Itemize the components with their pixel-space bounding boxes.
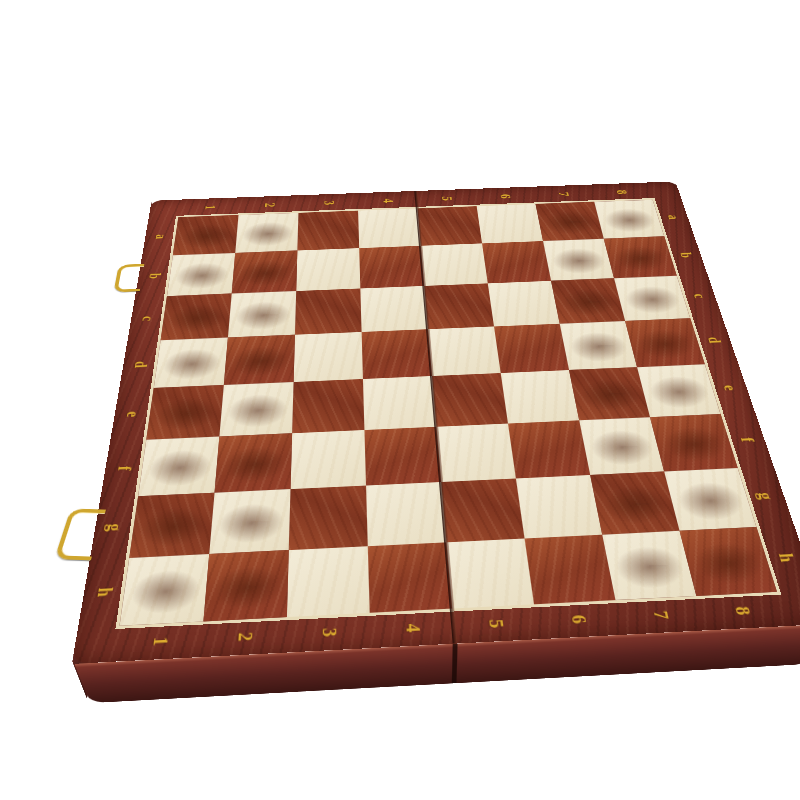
rank-number-label: 5	[430, 181, 463, 217]
square-c6[interactable]	[488, 281, 560, 327]
board-squares: ♜♟♟♜♞♟♟♞♝♟♟♝♛♟♟♛♚♟♟♚♝♟♟♝♞♟♟♞♜♟♟♜	[120, 200, 777, 626]
square-b4[interactable]	[359, 246, 424, 289]
square-h2[interactable]: ♟	[203, 550, 288, 621]
square-d6[interactable]	[494, 324, 569, 373]
square-f3[interactable]	[290, 430, 366, 489]
rank-number-label: 4	[372, 183, 403, 220]
square-g5[interactable]	[441, 478, 524, 542]
pawn-glyph: ♟	[625, 492, 671, 565]
square-d3[interactable]	[294, 332, 363, 382]
square-c4[interactable]	[360, 286, 428, 332]
chess-board: 12345678 12345678 abcdefgh abcdefgh ♜♟♟♜…	[72, 181, 800, 663]
square-c3[interactable]	[295, 288, 362, 334]
file-letter-label: h	[60, 574, 148, 612]
product-photo-background: 12345678 12345678 abcdefgh abcdefgh ♜♟♟♜…	[0, 0, 800, 800]
square-f4[interactable]	[364, 427, 441, 486]
square-d4[interactable]	[362, 329, 432, 379]
square-g6[interactable]	[516, 475, 602, 539]
square-f5[interactable]	[436, 424, 516, 482]
square-d5[interactable]	[428, 326, 501, 376]
square-e3[interactable]	[292, 379, 364, 433]
square-b3[interactable]	[296, 248, 360, 291]
pawn-glyph: ♟	[224, 511, 270, 585]
rank-number-label: 3	[313, 185, 343, 222]
square-e6[interactable]	[501, 370, 579, 423]
rook-glyph: ♜	[701, 476, 753, 561]
square-e5[interactable]	[432, 373, 508, 427]
rank-number-label: 2	[221, 601, 267, 675]
board-frame: 12345678 12345678 abcdefgh abcdefgh ♜♟♟♜…	[72, 181, 800, 663]
square-c5[interactable]	[424, 283, 494, 329]
page: { "game": "chess", "scene": "folding woo…	[0, 0, 800, 800]
box-front-fold-seam	[452, 643, 458, 683]
square-b6[interactable]	[482, 241, 551, 283]
square-f6[interactable]	[508, 420, 590, 478]
square-h4[interactable]	[368, 542, 452, 612]
square-g3[interactable]	[289, 486, 368, 551]
rank-number-label: 6	[487, 179, 522, 215]
square-g4[interactable]	[366, 482, 446, 546]
rook-glyph: ♜	[139, 502, 192, 589]
square-e4[interactable]	[363, 376, 436, 430]
square-b5[interactable]	[421, 243, 488, 286]
